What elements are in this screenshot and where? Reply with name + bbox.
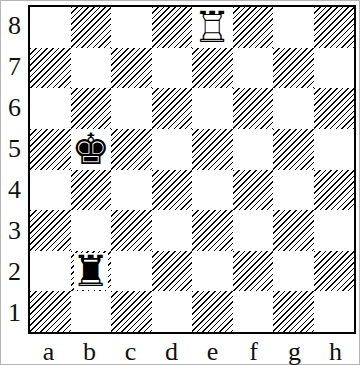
file-label-h: h xyxy=(315,334,356,365)
square-d2[interactable] xyxy=(152,251,193,292)
square-h6[interactable] xyxy=(314,88,355,129)
square-e8[interactable]: ♖ xyxy=(192,7,233,48)
square-a7[interactable] xyxy=(30,48,71,89)
square-b3[interactable] xyxy=(71,210,112,251)
square-g2[interactable] xyxy=(273,251,314,292)
square-f1[interactable] xyxy=(233,291,274,332)
piece-white-rook-e8[interactable]: ♖ xyxy=(192,7,233,48)
square-a3[interactable] xyxy=(30,210,71,251)
square-d3[interactable] xyxy=(152,210,193,251)
square-b7[interactable] xyxy=(71,48,112,89)
rank-label-5: 5 xyxy=(1,128,28,169)
file-label-e: e xyxy=(192,334,233,365)
square-e7[interactable] xyxy=(192,48,233,89)
black-king-icon: ♚ xyxy=(74,131,108,168)
square-c8[interactable] xyxy=(111,7,152,48)
chess-board: ♖♚♜ xyxy=(28,5,356,334)
square-h4[interactable] xyxy=(314,170,355,211)
file-label-b: b xyxy=(69,334,110,365)
square-g6[interactable] xyxy=(273,88,314,129)
piece-black-rook-b2[interactable]: ♜ xyxy=(71,251,112,292)
square-b2[interactable]: ♜ xyxy=(71,251,112,292)
file-label-c: c xyxy=(110,334,151,365)
rank-labels: 87654321 xyxy=(1,5,28,334)
rank-label-1: 1 xyxy=(1,293,28,334)
chess-diagram: 87654321 ♖♚♜ abcdefgh xyxy=(0,0,360,365)
file-labels: abcdefgh xyxy=(28,334,356,365)
square-d7[interactable] xyxy=(152,48,193,89)
square-b8[interactable] xyxy=(71,7,112,48)
square-a4[interactable] xyxy=(30,170,71,211)
file-label-a: a xyxy=(28,334,69,365)
square-c5[interactable] xyxy=(111,129,152,170)
square-e1[interactable] xyxy=(192,291,233,332)
square-c1[interactable] xyxy=(111,291,152,332)
square-d8[interactable] xyxy=(152,7,193,48)
square-h2[interactable] xyxy=(314,251,355,292)
square-h1[interactable] xyxy=(314,291,355,332)
square-h5[interactable] xyxy=(314,129,355,170)
rank-label-6: 6 xyxy=(1,87,28,128)
file-label-d: d xyxy=(151,334,192,365)
square-h8[interactable] xyxy=(314,7,355,48)
square-a5[interactable] xyxy=(30,129,71,170)
square-h3[interactable] xyxy=(314,210,355,251)
square-a1[interactable] xyxy=(30,291,71,332)
square-d6[interactable] xyxy=(152,88,193,129)
white-rook-icon: ♖ xyxy=(195,9,229,46)
square-b4[interactable] xyxy=(71,170,112,211)
rank-label-7: 7 xyxy=(1,46,28,87)
square-d4[interactable] xyxy=(152,170,193,211)
square-g8[interactable] xyxy=(273,7,314,48)
square-a2[interactable] xyxy=(30,251,71,292)
square-c2[interactable] xyxy=(111,251,152,292)
square-h7[interactable] xyxy=(314,48,355,89)
square-f7[interactable] xyxy=(233,48,274,89)
square-d5[interactable] xyxy=(152,129,193,170)
rank-label-3: 3 xyxy=(1,211,28,252)
square-f5[interactable] xyxy=(233,129,274,170)
square-f3[interactable] xyxy=(233,210,274,251)
rank-label-4: 4 xyxy=(1,170,28,211)
square-g1[interactable] xyxy=(273,291,314,332)
square-e5[interactable] xyxy=(192,129,233,170)
rank-label-2: 2 xyxy=(1,252,28,293)
square-e2[interactable] xyxy=(192,251,233,292)
square-g7[interactable] xyxy=(273,48,314,89)
square-g4[interactable] xyxy=(273,170,314,211)
square-c4[interactable] xyxy=(111,170,152,211)
square-c6[interactable] xyxy=(111,88,152,129)
square-a8[interactable] xyxy=(30,7,71,48)
square-e4[interactable] xyxy=(192,170,233,211)
square-b1[interactable] xyxy=(71,291,112,332)
square-b5[interactable]: ♚ xyxy=(71,129,112,170)
square-c7[interactable] xyxy=(111,48,152,89)
square-f2[interactable] xyxy=(233,251,274,292)
square-a6[interactable] xyxy=(30,88,71,129)
file-label-g: g xyxy=(274,334,315,365)
square-e6[interactable] xyxy=(192,88,233,129)
square-f8[interactable] xyxy=(233,7,274,48)
file-label-f: f xyxy=(233,334,274,365)
square-g3[interactable] xyxy=(273,210,314,251)
black-rook-icon: ♜ xyxy=(74,253,108,290)
piece-black-king-b5[interactable]: ♚ xyxy=(71,129,112,170)
rank-label-8: 8 xyxy=(1,5,28,46)
square-f4[interactable] xyxy=(233,170,274,211)
square-g5[interactable] xyxy=(273,129,314,170)
square-f6[interactable] xyxy=(233,88,274,129)
square-e3[interactable] xyxy=(192,210,233,251)
square-b6[interactable] xyxy=(71,88,112,129)
square-d1[interactable] xyxy=(152,291,193,332)
square-c3[interactable] xyxy=(111,210,152,251)
